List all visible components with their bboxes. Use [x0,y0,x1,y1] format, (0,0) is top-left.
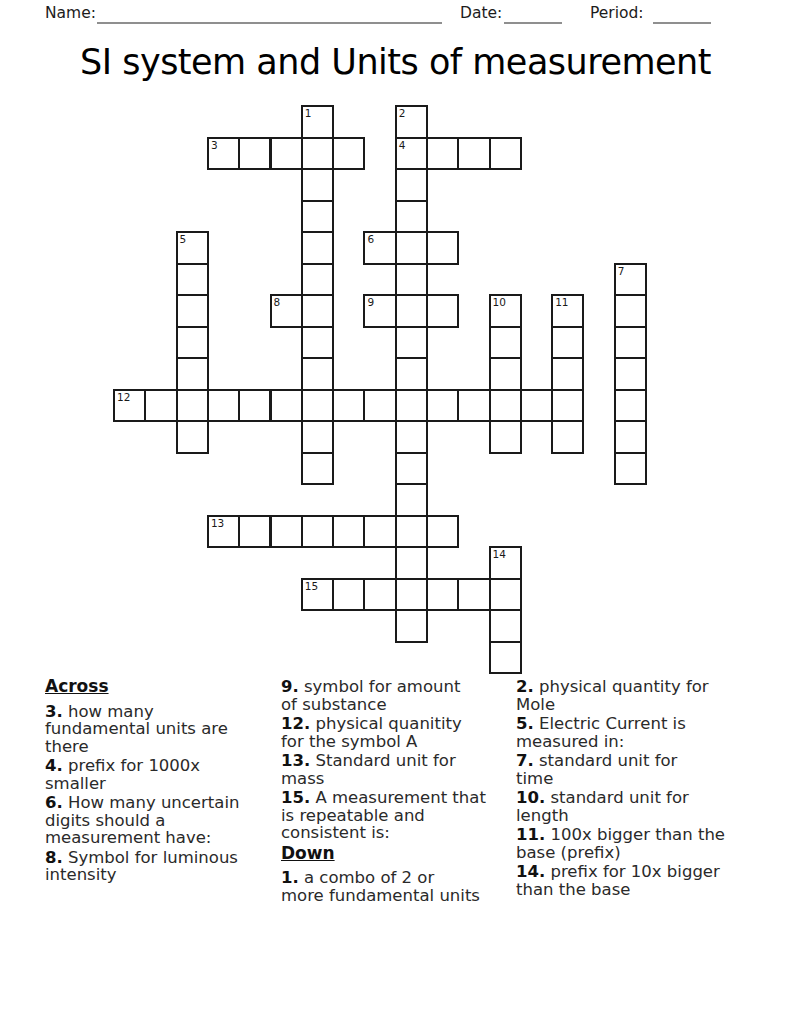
grid-cell-r11c16[interactable] [614,452,647,486]
grid-cell-r7c16[interactable] [614,326,647,360]
grid-cell-r14c12[interactable]: 14 [489,546,522,580]
clue-across-13: 13. Standard unit for mass [281,752,511,787]
grid-cell-r10c16[interactable] [614,420,647,454]
clue-column-1: Across3. how many fundamental units are … [45,678,277,886]
grid-cell-r6c16[interactable] [614,294,647,328]
grid-cell-r16c9[interactable] [395,609,428,643]
grid-cell-r1c4[interactable] [238,137,271,171]
clue-number: 3. [45,702,63,721]
grid-cell-r13c4[interactable] [238,515,271,549]
grid-cell-r7c6[interactable] [301,326,334,360]
clue-across-12: 12. physical quanitity for the symbol A [281,715,511,750]
grid-cell-r14c9[interactable] [395,546,428,580]
cell-number-13: 13 [211,517,224,529]
grid-cell-r7c14[interactable] [551,326,584,360]
grid-cell-r6c14[interactable]: 11 [551,294,584,328]
clue-number: 7. [516,751,534,770]
grid-cell-r1c3[interactable]: 3 [207,137,240,171]
grid-cell-r1c6[interactable] [301,137,334,171]
clue-down-1: 1. a combo of 2 or more fundamental unit… [281,869,511,904]
crossword-grid: 123456789101112131415 [113,105,648,675]
grid-cell-r8c6[interactable] [301,357,334,391]
clue-number: 2. [516,677,534,696]
grid-cell-r8c2[interactable] [176,357,209,391]
period-blank-line[interactable] [653,6,711,24]
grid-cell-r9c2[interactable] [176,389,209,423]
grid-cell-r3c9[interactable] [395,200,428,234]
grid-cell-r6c6[interactable] [301,294,334,328]
clue-across-4: 4. prefix for 1000x smaller [45,757,277,792]
grid-cell-r9c16[interactable] [614,389,647,423]
clue-down-14: 14. prefix for 10x bigger than the base [516,863,751,898]
grid-cell-r6c12[interactable]: 10 [489,294,522,328]
grid-cell-r1c5[interactable] [270,137,303,171]
grid-cell-r11c9[interactable] [395,452,428,486]
grid-cell-r7c2[interactable] [176,326,209,360]
grid-cell-r17c12[interactable] [489,641,522,675]
grid-cell-r5c16[interactable]: 7 [614,263,647,297]
cell-number-9: 9 [367,296,374,308]
grid-cell-r15c8[interactable] [363,578,396,612]
grid-cell-r6c10[interactable] [426,294,459,328]
grid-cell-r5c9[interactable] [395,263,428,297]
grid-cell-r9c10[interactable] [426,389,459,423]
across-header: Across [45,678,277,696]
grid-cell-r9c3[interactable] [207,389,240,423]
grid-cell-r11c6[interactable] [301,452,334,486]
name-blank-line[interactable] [97,6,442,24]
clue-number: 13. [281,751,310,770]
grid-cell-r5c2[interactable] [176,263,209,297]
date-label: Date: [460,4,502,22]
cell-number-2: 2 [399,107,406,119]
name-label: Name: [45,4,96,22]
grid-cell-r9c6[interactable] [301,389,334,423]
worksheet-page: Name: Date: Period: SI system and Units … [0,0,791,1024]
down-header: Down [281,845,511,863]
grid-cell-r10c2[interactable] [176,420,209,454]
grid-cell-r0c9[interactable]: 2 [395,105,428,139]
clue-number: 10. [516,788,545,807]
clue-down-11: 11. 100x bigger than the base (prefix) [516,826,751,861]
date-blank-line[interactable] [504,6,562,24]
grid-cell-r0c6[interactable]: 1 [301,105,334,139]
grid-cell-r1c12[interactable] [489,137,522,171]
clue-down-5: 5. Electric Current is measured in: [516,715,751,750]
clue-across-8: 8. Symbol for luminous intensity [45,849,277,884]
grid-cell-r1c7[interactable] [332,137,365,171]
grid-cell-r16c12[interactable] [489,609,522,643]
cell-number-8: 8 [274,296,281,308]
grid-cell-r13c7[interactable] [332,515,365,549]
grid-cell-r10c14[interactable] [551,420,584,454]
grid-cell-r3c6[interactable] [301,200,334,234]
grid-cell-r2c9[interactable] [395,168,428,202]
clue-number: 15. [281,788,310,807]
grid-cell-r12c9[interactable] [395,483,428,517]
cell-number-1: 1 [305,107,312,119]
period-label: Period: [590,4,644,22]
grid-cell-r9c9[interactable] [395,389,428,423]
grid-cell-r9c1[interactable] [144,389,177,423]
grid-cell-r9c11[interactable] [457,389,490,423]
grid-cell-r9c4[interactable] [238,389,271,423]
clue-number: 12. [281,714,310,733]
clue-down-7: 7. standard unit for time [516,752,751,787]
grid-cell-r8c16[interactable] [614,357,647,391]
grid-cell-r4c6[interactable] [301,231,334,265]
grid-cell-r8c12[interactable] [489,357,522,391]
grid-cell-r4c8[interactable]: 6 [363,231,396,265]
cell-number-11: 11 [555,296,568,308]
grid-cell-r7c9[interactable] [395,326,428,360]
grid-cell-r6c8[interactable]: 9 [363,294,396,328]
grid-cell-r8c14[interactable] [551,357,584,391]
cell-number-15: 15 [305,580,318,592]
grid-cell-r9c5[interactable] [270,389,303,423]
grid-cell-r7c12[interactable] [489,326,522,360]
grid-cell-r10c6[interactable] [301,420,334,454]
clue-number: 1. [281,868,299,887]
grid-cell-r9c14[interactable] [551,389,584,423]
grid-cell-r8c9[interactable] [395,357,428,391]
grid-cell-r4c10[interactable] [426,231,459,265]
cell-number-3: 3 [211,139,218,151]
grid-cell-r15c10[interactable] [426,578,459,612]
clue-number: 14. [516,862,545,881]
grid-cell-r6c5[interactable]: 8 [270,294,303,328]
cell-number-10: 10 [493,296,506,308]
clue-across-9: 9. symbol for amount of substance [281,678,511,713]
grid-cell-r15c6[interactable]: 15 [301,578,334,612]
grid-cell-r15c12[interactable] [489,578,522,612]
grid-cell-r10c12[interactable] [489,420,522,454]
grid-cell-r13c8[interactable] [363,515,396,549]
grid-cell-r9c12[interactable] [489,389,522,423]
clue-number: 8. [45,848,63,867]
grid-cell-r9c13[interactable] [520,389,553,423]
clue-down-2: 2. physical quantity for Mole [516,678,751,713]
grid-cell-r5c6[interactable] [301,263,334,297]
cell-number-4: 4 [399,139,406,151]
grid-cell-r13c6[interactable] [301,515,334,549]
clue-across-15: 15. A measurement that is repeatable and… [281,789,511,842]
clue-across-6: 6. How many uncertain digits should a me… [45,794,277,847]
grid-cell-r9c0[interactable]: 12 [113,389,146,423]
grid-cell-r9c8[interactable] [363,389,396,423]
clue-number: 6. [45,793,63,812]
grid-cell-r6c2[interactable] [176,294,209,328]
clue-number: 5. [516,714,534,733]
grid-cell-r6c9[interactable] [395,294,428,328]
grid-cell-r4c2[interactable]: 5 [176,231,209,265]
cell-number-5: 5 [180,233,187,245]
grid-cell-r13c10[interactable] [426,515,459,549]
grid-cell-r10c9[interactable] [395,420,428,454]
cell-number-14: 14 [493,548,506,560]
clue-number: 11. [516,825,545,844]
clue-down-10: 10. standard unit for length [516,789,751,824]
grid-cell-r1c9[interactable]: 4 [395,137,428,171]
cell-number-6: 6 [367,233,374,245]
grid-cell-r15c7[interactable] [332,578,365,612]
grid-cell-r4c9[interactable] [395,231,428,265]
grid-cell-r15c11[interactable] [457,578,490,612]
clue-number: 9. [281,677,299,696]
cell-number-7: 7 [618,265,625,277]
cell-number-12: 12 [117,391,130,403]
clue-across-3: 3. how many fundamental units are there [45,703,277,756]
grid-cell-r1c11[interactable] [457,137,490,171]
grid-cell-r13c9[interactable] [395,515,428,549]
grid-cell-r2c6[interactable] [301,168,334,202]
page-title: SI system and Units of measurement [0,42,791,82]
grid-cell-r13c5[interactable] [270,515,303,549]
clue-column-3: 2. physical quantity for Mole5. Electric… [516,678,751,900]
grid-cell-r13c3[interactable]: 13 [207,515,240,549]
clue-column-2: 9. symbol for amount of substance12. phy… [281,678,511,906]
clue-number: 4. [45,756,63,775]
grid-cell-r9c7[interactable] [332,389,365,423]
grid-cell-r15c9[interactable] [395,578,428,612]
grid-cell-r1c10[interactable] [426,137,459,171]
